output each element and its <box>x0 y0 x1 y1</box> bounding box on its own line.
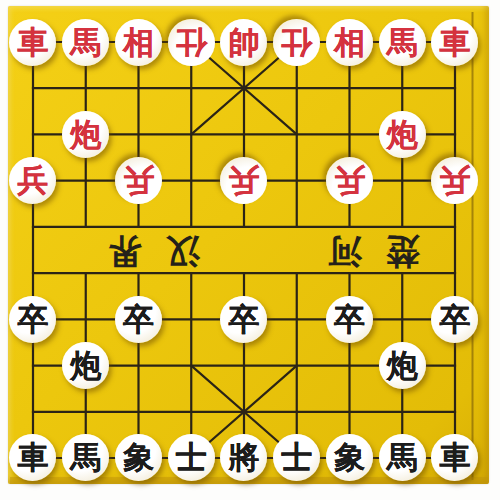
piece-black-horse[interactable]: 馬 <box>379 434 426 481</box>
piece-black-elephant[interactable]: 象 <box>115 434 162 481</box>
piece-black-soldier[interactable]: 卒 <box>115 296 162 343</box>
piece-red-soldier[interactable]: 兵 <box>115 157 162 204</box>
piece-red-chariot[interactable]: 車 <box>9 19 56 66</box>
piece-black-soldier[interactable]: 卒 <box>9 296 56 343</box>
piece-red-horse[interactable]: 馬 <box>379 19 426 66</box>
piece-red-advisor[interactable]: 仕 <box>168 19 215 66</box>
piece-red-chariot[interactable]: 車 <box>431 19 478 66</box>
piece-black-soldier[interactable]: 卒 <box>431 296 478 343</box>
piece-black-advisor[interactable]: 士 <box>273 434 320 481</box>
pieces-layer: 車馬相仕帥仕相馬車炮炮兵兵兵兵兵卒卒卒卒卒炮炮車馬象士將士象馬車 <box>7 19 482 481</box>
piece-red-horse[interactable]: 馬 <box>62 19 109 66</box>
piece-black-soldier[interactable]: 卒 <box>220 296 267 343</box>
piece-red-elephant[interactable]: 相 <box>326 19 373 66</box>
photo-background: 汉界 楚河 車馬相仕帥仕相馬車炮炮兵兵兵兵兵卒卒卒卒卒炮炮車馬象士將士象馬車 <box>0 0 500 500</box>
piece-black-chariot[interactable]: 車 <box>9 434 56 481</box>
piece-red-soldier[interactable]: 兵 <box>326 157 373 204</box>
piece-red-soldier[interactable]: 兵 <box>9 157 56 204</box>
piece-red-cannon[interactable]: 炮 <box>379 111 426 158</box>
piece-red-cannon[interactable]: 炮 <box>62 111 109 158</box>
piece-red-general[interactable]: 帥 <box>220 19 267 66</box>
piece-black-advisor[interactable]: 士 <box>168 434 215 481</box>
piece-black-cannon[interactable]: 炮 <box>379 342 426 389</box>
piece-black-cannon[interactable]: 炮 <box>62 342 109 389</box>
piece-red-advisor[interactable]: 仕 <box>273 19 320 66</box>
piece-red-soldier[interactable]: 兵 <box>431 157 478 204</box>
piece-black-general[interactable]: 將 <box>220 434 267 481</box>
piece-black-horse[interactable]: 馬 <box>62 434 109 481</box>
piece-black-soldier[interactable]: 卒 <box>326 296 373 343</box>
piece-black-elephant[interactable]: 象 <box>326 434 373 481</box>
piece-red-soldier[interactable]: 兵 <box>220 157 267 204</box>
piece-red-elephant[interactable]: 相 <box>115 19 162 66</box>
piece-black-chariot[interactable]: 車 <box>431 434 478 481</box>
